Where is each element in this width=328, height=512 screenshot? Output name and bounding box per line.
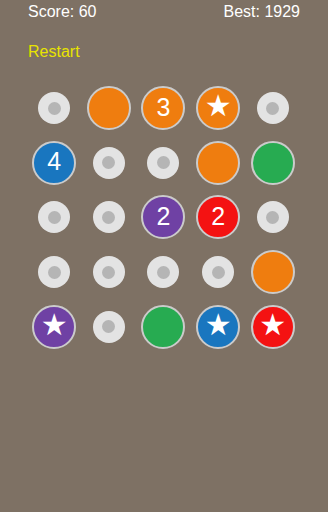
board-cell-r4c5[interactable]	[245, 245, 300, 300]
token-purple-2: 2	[141, 195, 185, 239]
empty-slot	[38, 256, 70, 288]
empty-slot	[147, 147, 179, 179]
score-text: Score: 60	[28, 2, 96, 22]
game-screen: Score: 60 Best: 1929 Restart 3★422★★★	[0, 0, 328, 512]
token-red-2: 2	[196, 195, 240, 239]
board-cell-r2c1[interactable]: 4	[27, 136, 82, 191]
empty-slot-dot-icon	[48, 102, 61, 115]
star-icon: ★	[259, 310, 286, 340]
board-cell-r3c4[interactable]: 2	[191, 190, 246, 245]
empty-slot-dot-icon	[48, 211, 61, 224]
board-cell-r4c3[interactable]	[136, 245, 191, 300]
token-number: 3	[157, 95, 171, 120]
empty-slot-dot-icon	[102, 320, 115, 333]
empty-slot	[147, 256, 179, 288]
board-cell-r1c4[interactable]: ★	[191, 81, 246, 136]
token-orange	[196, 141, 240, 185]
empty-slot-dot-icon	[48, 266, 61, 279]
empty-slot-dot-icon	[212, 266, 225, 279]
token-orange	[87, 86, 131, 130]
empty-slot	[257, 201, 289, 233]
board-cell-r3c2[interactable]	[82, 190, 137, 245]
board-cell-r3c3[interactable]: 2	[136, 190, 191, 245]
board-cell-r5c3[interactable]	[136, 299, 191, 354]
board-cell-r2c4[interactable]	[191, 136, 246, 191]
star-icon: ★	[205, 91, 232, 121]
empty-slot	[93, 256, 125, 288]
board-cell-r2c3[interactable]	[136, 136, 191, 191]
empty-slot-dot-icon	[102, 211, 115, 224]
restart-button[interactable]: Restart	[28, 42, 80, 62]
empty-slot-dot-icon	[266, 102, 279, 115]
empty-slot-dot-icon	[102, 156, 115, 169]
board-cell-r1c3[interactable]: 3	[136, 81, 191, 136]
board-cell-r5c2[interactable]	[82, 299, 137, 354]
token-purple-star: ★	[32, 305, 76, 349]
board-cell-r4c4[interactable]	[191, 245, 246, 300]
board-cell-r5c4[interactable]: ★	[191, 299, 246, 354]
board-grid: 3★422★★★	[27, 81, 300, 354]
board-cell-r4c1[interactable]	[27, 245, 82, 300]
token-blue-4: 4	[32, 141, 76, 185]
star-icon: ★	[205, 310, 232, 340]
token-blue-star: ★	[196, 305, 240, 349]
empty-slot	[202, 256, 234, 288]
empty-slot-dot-icon	[102, 266, 115, 279]
board-cell-r1c1[interactable]	[27, 81, 82, 136]
board-cell-r3c1[interactable]	[27, 190, 82, 245]
empty-slot	[93, 147, 125, 179]
best-score-text: Best: 1929	[224, 2, 301, 22]
token-green	[141, 305, 185, 349]
board-cell-r3c5[interactable]	[245, 190, 300, 245]
token-green	[251, 141, 295, 185]
token-number: 2	[211, 204, 225, 229]
empty-slot	[38, 201, 70, 233]
token-red-star: ★	[251, 305, 295, 349]
token-number: 2	[157, 204, 171, 229]
board-cell-r1c2[interactable]	[82, 81, 137, 136]
board-cell-r1c5[interactable]	[245, 81, 300, 136]
board-cell-r2c2[interactable]	[82, 136, 137, 191]
board-cell-r5c1[interactable]: ★	[27, 299, 82, 354]
board-cell-r4c2[interactable]	[82, 245, 137, 300]
empty-slot-dot-icon	[266, 211, 279, 224]
star-icon: ★	[41, 310, 68, 340]
empty-slot-dot-icon	[157, 156, 170, 169]
board-cell-r2c5[interactable]	[245, 136, 300, 191]
token-number: 4	[47, 149, 61, 174]
empty-slot	[257, 92, 289, 124]
empty-slot-dot-icon	[157, 266, 170, 279]
empty-slot	[38, 92, 70, 124]
token-orange-3: 3	[141, 86, 185, 130]
board-cell-r5c5[interactable]: ★	[245, 299, 300, 354]
empty-slot	[93, 311, 125, 343]
token-orange-star: ★	[196, 86, 240, 130]
token-orange	[251, 250, 295, 294]
empty-slot	[93, 201, 125, 233]
